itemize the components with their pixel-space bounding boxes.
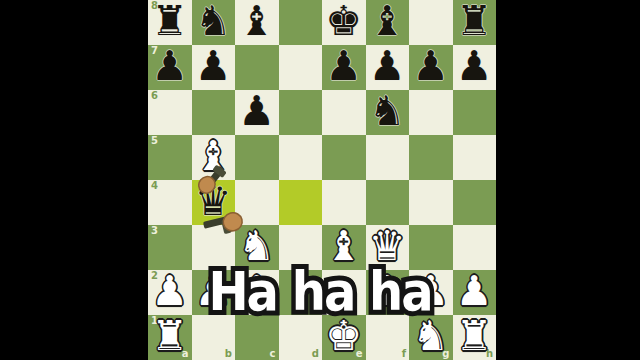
square-f7[interactable]: ♟ (366, 45, 410, 90)
square-b8[interactable]: ♞ (192, 0, 236, 45)
square-d7[interactable] (279, 45, 323, 90)
square-f6[interactable]: ♞ (366, 90, 410, 135)
piece-black-knight[interactable]: ♞ (369, 91, 406, 132)
square-d4[interactable] (279, 180, 323, 225)
piece-black-pawn[interactable]: ♟ (151, 46, 188, 87)
square-d8[interactable] (279, 0, 323, 45)
square-e6[interactable] (322, 90, 366, 135)
piece-white-rook[interactable]: ♜ (151, 316, 188, 357)
square-b7[interactable]: ♟ (192, 45, 236, 90)
square-g1[interactable]: g♞ (409, 315, 453, 360)
square-g5[interactable] (409, 135, 453, 180)
square-a1[interactable]: 1a♜ (148, 315, 192, 360)
square-c6[interactable]: ♟ (235, 90, 279, 135)
file-label-c: c (270, 349, 276, 359)
piece-black-king[interactable]: ♚ (325, 1, 362, 42)
piece-white-knight[interactable]: ♞ (412, 316, 449, 357)
rank-label-6: 6 (151, 91, 158, 101)
file-label-d: d (312, 349, 319, 359)
square-a4[interactable]: 4 (148, 180, 192, 225)
square-e8[interactable]: ♚ (322, 0, 366, 45)
square-h2[interactable]: ♟ (453, 270, 497, 315)
square-a6[interactable]: 6 (148, 90, 192, 135)
rank-label-5: 5 (151, 136, 158, 146)
square-e5[interactable] (322, 135, 366, 180)
file-label-b: b (225, 349, 232, 359)
square-h4[interactable] (453, 180, 497, 225)
square-a5[interactable]: 5 (148, 135, 192, 180)
piece-white-rook[interactable]: ♜ (456, 316, 493, 357)
square-f1[interactable]: f (366, 315, 410, 360)
piece-black-rook[interactable]: ♜ (456, 1, 493, 42)
piece-black-pawn[interactable]: ♟ (195, 46, 232, 87)
square-g7[interactable]: ♟ (409, 45, 453, 90)
square-d1[interactable]: d (279, 315, 323, 360)
square-b6[interactable] (192, 90, 236, 135)
piece-black-pawn[interactable]: ♟ (325, 46, 362, 87)
square-c7[interactable] (235, 45, 279, 90)
square-g4[interactable] (409, 180, 453, 225)
piece-black-pawn[interactable]: ♟ (412, 46, 449, 87)
hand-gun-icon (202, 208, 246, 240)
caption-text: Ha ha ha Ha ha ha (208, 260, 431, 322)
square-a7[interactable]: 7♟ (148, 45, 192, 90)
square-f4[interactable] (366, 180, 410, 225)
piece-black-knight[interactable]: ♞ (195, 1, 232, 42)
square-e1[interactable]: e♚ (322, 315, 366, 360)
rank-label-3: 3 (151, 226, 158, 236)
square-h5[interactable] (453, 135, 497, 180)
piece-white-pawn[interactable]: ♟ (456, 271, 493, 312)
square-a2[interactable]: 2♟ (148, 270, 192, 315)
piece-white-king[interactable]: ♚ (325, 316, 362, 357)
square-c8[interactable]: ♝ (235, 0, 279, 45)
square-a3[interactable]: 3 (148, 225, 192, 270)
square-a8[interactable]: 8♜ (148, 0, 192, 45)
square-f8[interactable]: ♝ (366, 0, 410, 45)
piece-white-pawn[interactable]: ♟ (151, 271, 188, 312)
piece-black-pawn[interactable]: ♟ (456, 46, 493, 87)
square-c1[interactable]: c (235, 315, 279, 360)
square-h6[interactable] (453, 90, 497, 135)
hand-gun-icon (198, 163, 226, 197)
piece-black-bishop[interactable]: ♝ (369, 1, 406, 42)
square-f5[interactable] (366, 135, 410, 180)
caption-fill-layer: Ha ha ha (208, 260, 431, 322)
square-c5[interactable] (235, 135, 279, 180)
square-g8[interactable] (409, 0, 453, 45)
square-g6[interactable] (409, 90, 453, 135)
file-label-f: f (402, 349, 406, 359)
piece-black-rook[interactable]: ♜ (151, 1, 188, 42)
piece-black-pawn[interactable]: ♟ (369, 46, 406, 87)
square-h1[interactable]: h♜ (453, 315, 497, 360)
piece-black-bishop[interactable]: ♝ (238, 1, 275, 42)
square-e7[interactable]: ♟ (322, 45, 366, 90)
square-e4[interactable] (322, 180, 366, 225)
square-h8[interactable]: ♜ (453, 0, 497, 45)
square-h3[interactable] (453, 225, 497, 270)
square-d5[interactable] (279, 135, 323, 180)
piece-black-pawn[interactable]: ♟ (238, 91, 275, 132)
square-h7[interactable]: ♟ (453, 45, 497, 90)
video-frame: 8♜♞♝♚♝♜7♟♟♟♟♟♟6♟♞5♝4♛3♞♝♛2♟♟♟♟♟♟1a♜bcde♚… (0, 0, 640, 360)
square-b1[interactable]: b (192, 315, 236, 360)
square-d6[interactable] (279, 90, 323, 135)
rank-label-4: 4 (151, 181, 158, 191)
